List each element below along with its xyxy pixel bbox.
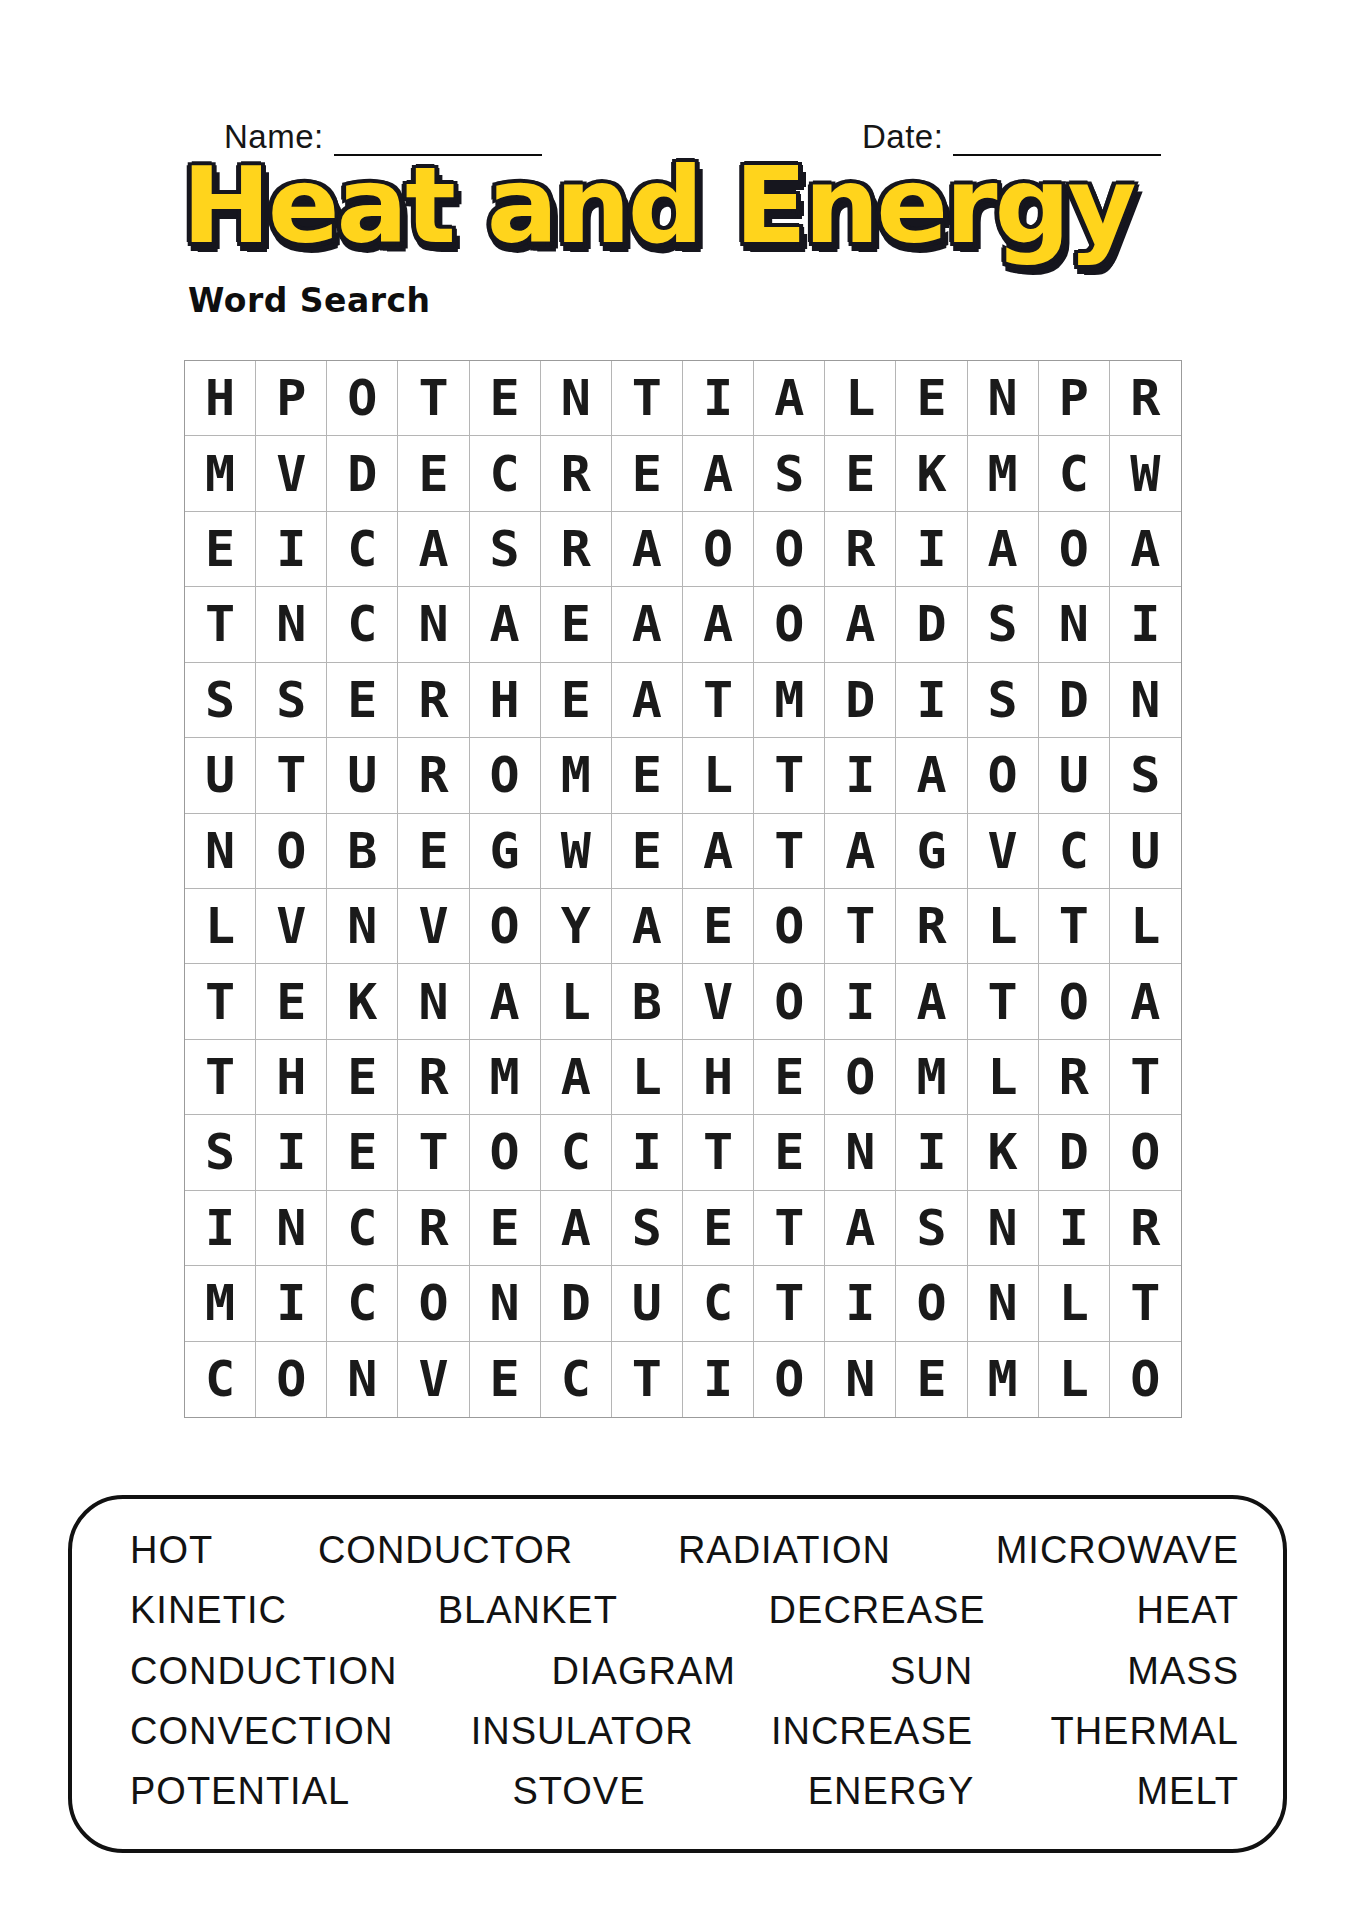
grid-cell-r14c11[interactable]: E [896,1342,967,1417]
word-bank-item: ENERGY [808,1770,974,1813]
grid-cell-r2c3[interactable]: D [327,436,398,511]
word-bank-item: MELT [1136,1770,1239,1813]
word-bank-item: RADIATION [678,1529,891,1572]
grid-cell-r4c4[interactable]: N [398,587,469,662]
grid-cell-r7c11[interactable]: G [896,814,967,889]
grid-cell-r4c14[interactable]: I [1110,587,1181,662]
word-bank-item: DECREASE [769,1589,986,1632]
grid-cell-r8c1[interactable]: L [185,889,256,964]
grid-cell-r13c4[interactable]: O [398,1266,469,1341]
grid-cell-r5c10[interactable]: D [825,663,896,738]
word-bank-item: POTENTIAL [130,1770,350,1813]
grid-cell-r8c11[interactable]: R [896,889,967,964]
grid-cell-r2c6[interactable]: R [541,436,612,511]
grid-cell-r7c2[interactable]: O [256,814,327,889]
grid-cell-r6c7[interactable]: E [612,738,683,813]
grid-cell-r5c14[interactable]: N [1110,663,1181,738]
word-bank: HOTCONDUCTORRADIATIONMICROWAVEKINETICBLA… [68,1495,1287,1853]
grid-cell-r14c5[interactable]: E [470,1342,541,1417]
grid-cell-r3c4[interactable]: A [398,512,469,587]
grid-cell-r4c7[interactable]: A [612,587,683,662]
grid-cell-r12c5[interactable]: E [470,1191,541,1266]
word-bank-row: CONDUCTIONDIAGRAMSUNMASS [130,1650,1239,1693]
grid-cell-r7c1[interactable]: N [185,814,256,889]
grid-cell-r5c4[interactable]: R [398,663,469,738]
word-bank-item: DIAGRAM [552,1650,736,1693]
grid-cell-r4c3[interactable]: C [327,587,398,662]
grid-cell-r1c3[interactable]: O [327,361,398,436]
grid-cell-r10c6[interactable]: A [541,1040,612,1115]
grid-cell-r9c8[interactable]: V [683,964,754,1039]
grid-cell-r14c13[interactable]: L [1039,1342,1110,1417]
word-bank-item: CONDUCTION [130,1650,398,1693]
grid-cell-r1c2[interactable]: P [256,361,327,436]
grid-cell-r10c1[interactable]: T [185,1040,256,1115]
grid-cell-r9c5[interactable]: A [470,964,541,1039]
grid-cell-r14c6[interactable]: C [541,1342,612,1417]
grid-cell-r9c4[interactable]: N [398,964,469,1039]
grid-cell-r13c13[interactable]: L [1039,1266,1110,1341]
grid-cell-r14c14[interactable]: O [1110,1342,1181,1417]
grid-cell-r12c9[interactable]: T [754,1191,825,1266]
grid-cell-r7c12[interactable]: V [968,814,1039,889]
grid-cell-r9c11[interactable]: A [896,964,967,1039]
grid-cell-r4c6[interactable]: E [541,587,612,662]
word-bank-item: MICROWAVE [996,1529,1239,1572]
grid-cell-r13c2[interactable]: I [256,1266,327,1341]
grid-cell-r6c2[interactable]: T [256,738,327,813]
grid-cell-r9c10[interactable]: I [825,964,896,1039]
grid-cell-r11c6[interactable]: C [541,1115,612,1190]
grid-cell-r3c10[interactable]: R [825,512,896,587]
grid-cell-r11c7[interactable]: I [612,1115,683,1190]
grid-cell-r12c13[interactable]: I [1039,1191,1110,1266]
grid-cell-r14c10[interactable]: N [825,1342,896,1417]
grid-cell-r2c11[interactable]: K [896,436,967,511]
grid-cell-r11c3[interactable]: E [327,1115,398,1190]
grid-cell-r7c13[interactable]: C [1039,814,1110,889]
grid-cell-r13c9[interactable]: T [754,1266,825,1341]
grid-cell-r12c4[interactable]: R [398,1191,469,1266]
grid-cell-r11c10[interactable]: N [825,1115,896,1190]
word-bank-item: KINETIC [130,1589,287,1632]
grid-cell-r10c8[interactable]: H [683,1040,754,1115]
grid-cell-r6c9[interactable]: T [754,738,825,813]
grid-cell-r5c9[interactable]: M [754,663,825,738]
grid-cell-r1c4[interactable]: T [398,361,469,436]
word-bank-item: CONVECTION [130,1710,393,1753]
grid-cell-r3c14[interactable]: A [1110,512,1181,587]
grid-cell-r12c14[interactable]: R [1110,1191,1181,1266]
grid-cell-r6c10[interactable]: I [825,738,896,813]
word-bank-row: HOTCONDUCTORRADIATIONMICROWAVE [130,1529,1239,1572]
grid-cell-r3c8[interactable]: O [683,512,754,587]
grid-cell-r8c4[interactable]: V [398,889,469,964]
grid-cell-r8c14[interactable]: L [1110,889,1181,964]
grid-cell-r12c2[interactable]: N [256,1191,327,1266]
grid-cell-r10c13[interactable]: R [1039,1040,1110,1115]
word-bank-item: BLANKET [438,1589,618,1632]
grid-cell-r7c9[interactable]: T [754,814,825,889]
grid-cell-r8c12[interactable]: L [968,889,1039,964]
grid-cell-r7c8[interactable]: A [683,814,754,889]
grid-cell-r7c7[interactable]: E [612,814,683,889]
grid-cell-r5c13[interactable]: D [1039,663,1110,738]
grid-cell-r12c6[interactable]: A [541,1191,612,1266]
word-bank-row: POTENTIALSTOVEENERGYMELT [130,1770,1239,1813]
grid-cell-r2c2[interactable]: V [256,436,327,511]
grid-cell-r3c5[interactable]: S [470,512,541,587]
grid-cell-r1c7[interactable]: T [612,361,683,436]
grid-cell-r14c4[interactable]: V [398,1342,469,1417]
word-bank-item: HEAT [1136,1589,1239,1632]
grid-cell-r5c11[interactable]: I [896,663,967,738]
grid-cell-r2c13[interactable]: C [1039,436,1110,511]
word-bank-item: INCREASE [771,1710,973,1753]
grid-cell-r10c11[interactable]: M [896,1040,967,1115]
grid-cell-r10c7[interactable]: L [612,1040,683,1115]
word-bank-item: HOT [130,1529,213,1572]
grid-cell-r2c9[interactable]: S [754,436,825,511]
grid-cell-r5c2[interactable]: S [256,663,327,738]
grid-cell-r6c11[interactable]: A [896,738,967,813]
grid-cell-r1c6[interactable]: N [541,361,612,436]
grid-cell-r10c4[interactable]: R [398,1040,469,1115]
grid-cell-r10c10[interactable]: O [825,1040,896,1115]
grid-cell-r5c6[interactable]: E [541,663,612,738]
grid-cell-r13c6[interactable]: D [541,1266,612,1341]
grid-cell-r13c14[interactable]: T [1110,1266,1181,1341]
grid-cell-r8c2[interactable]: V [256,889,327,964]
grid-cell-r5c8[interactable]: T [683,663,754,738]
grid-cell-r8c9[interactable]: O [754,889,825,964]
grid-cell-r9c3[interactable]: K [327,964,398,1039]
grid-cell-r5c7[interactable]: A [612,663,683,738]
grid-cell-r8c10[interactable]: T [825,889,896,964]
grid-cell-r11c11[interactable]: I [896,1115,967,1190]
grid-cell-r2c14[interactable]: W [1110,436,1181,511]
grid-cell-r10c14[interactable]: T [1110,1040,1181,1115]
grid-cell-r2c7[interactable]: E [612,436,683,511]
grid-cell-r13c7[interactable]: U [612,1266,683,1341]
grid-cell-r12c7[interactable]: S [612,1191,683,1266]
grid-cell-r6c6[interactable]: M [541,738,612,813]
grid-cell-r13c12[interactable]: N [968,1266,1039,1341]
grid-cell-r10c2[interactable]: H [256,1040,327,1115]
grid-cell-r14c9[interactable]: O [754,1342,825,1417]
grid-cell-r3c13[interactable]: O [1039,512,1110,587]
grid-cell-r3c2[interactable]: I [256,512,327,587]
grid-cell-r14c3[interactable]: N [327,1342,398,1417]
grid-cell-r10c12[interactable]: L [968,1040,1039,1115]
grid-cell-r12c12[interactable]: N [968,1191,1039,1266]
grid-cell-r12c10[interactable]: A [825,1191,896,1266]
grid-cell-r13c10[interactable]: I [825,1266,896,1341]
grid-cell-r13c5[interactable]: N [470,1266,541,1341]
word-bank-row: CONVECTIONINSULATORINCREASETHERMAL [130,1710,1239,1753]
grid-cell-r6c8[interactable]: L [683,738,754,813]
grid-cell-r5c3[interactable]: E [327,663,398,738]
grid-cell-r7c6[interactable]: W [541,814,612,889]
grid-cell-r4c12[interactable]: S [968,587,1039,662]
grid-cell-r1c8[interactable]: I [683,361,754,436]
grid-cell-r12c3[interactable]: C [327,1191,398,1266]
grid-cell-r8c8[interactable]: E [683,889,754,964]
grid-cell-r2c1[interactable]: M [185,436,256,511]
word-bank-row: KINETICBLANKETDECREASEHEAT [130,1589,1239,1632]
grid-cell-r11c12[interactable]: K [968,1115,1039,1190]
grid-cell-r13c11[interactable]: O [896,1266,967,1341]
word-bank-item: SUN [890,1650,973,1693]
grid-cell-r5c12[interactable]: S [968,663,1039,738]
grid-cell-r4c8[interactable]: A [683,587,754,662]
grid-cell-r3c1[interactable]: E [185,512,256,587]
grid-cell-r4c2[interactable]: N [256,587,327,662]
grid-cell-r9c14[interactable]: A [1110,964,1181,1039]
grid-cell-r2c8[interactable]: A [683,436,754,511]
grid-cell-r6c5[interactable]: O [470,738,541,813]
grid-cell-r6c12[interactable]: O [968,738,1039,813]
grid-cell-r1c14[interactable]: R [1110,361,1181,436]
grid-cell-r11c13[interactable]: D [1039,1115,1110,1190]
grid-cell-r4c10[interactable]: A [825,587,896,662]
grid-cell-r10c3[interactable]: E [327,1040,398,1115]
grid-cell-r6c14[interactable]: S [1110,738,1181,813]
grid-cell-r8c13[interactable]: T [1039,889,1110,964]
grid-cell-r4c11[interactable]: D [896,587,967,662]
grid-cell-r11c9[interactable]: E [754,1115,825,1190]
grid-cell-r14c1[interactable]: C [185,1342,256,1417]
grid-cell-r6c13[interactable]: U [1039,738,1110,813]
grid-cell-r1c13[interactable]: P [1039,361,1110,436]
grid-cell-r14c8[interactable]: I [683,1342,754,1417]
grid-cell-r1c11[interactable]: E [896,361,967,436]
grid-cell-r7c4[interactable]: E [398,814,469,889]
grid-cell-r7c5[interactable]: G [470,814,541,889]
grid-cell-r9c12[interactable]: T [968,964,1039,1039]
grid-cell-r8c7[interactable]: A [612,889,683,964]
grid-cell-r9c2[interactable]: E [256,964,327,1039]
word-bank-item: CONDUCTOR [318,1529,573,1572]
grid-cell-r9c7[interactable]: B [612,964,683,1039]
grid-cell-r14c2[interactable]: O [256,1342,327,1417]
grid-cell-r4c5[interactable]: A [470,587,541,662]
page-subtitle: Word Search [188,281,431,320]
grid-cell-r3c12[interactable]: A [968,512,1039,587]
grid-cell-r3c7[interactable]: A [612,512,683,587]
grid-cell-r1c10[interactable]: L [825,361,896,436]
grid-cell-r6c4[interactable]: R [398,738,469,813]
grid-cell-r7c3[interactable]: B [327,814,398,889]
grid-cell-r11c5[interactable]: O [470,1115,541,1190]
grid-cell-r11c2[interactable]: I [256,1115,327,1190]
grid-cell-r12c8[interactable]: E [683,1191,754,1266]
grid-cell-r7c10[interactable]: A [825,814,896,889]
grid-cell-r13c8[interactable]: C [683,1266,754,1341]
grid-cell-r13c1[interactable]: M [185,1266,256,1341]
grid-cell-r4c9[interactable]: O [754,587,825,662]
grid-cell-r11c4[interactable]: T [398,1115,469,1190]
grid-cell-r2c10[interactable]: E [825,436,896,511]
grid-cell-r9c6[interactable]: L [541,964,612,1039]
grid-cell-r1c5[interactable]: E [470,361,541,436]
grid-cell-r7c14[interactable]: U [1110,814,1181,889]
grid-cell-r4c1[interactable]: T [185,587,256,662]
page-title: Heat and Energy [182,148,1134,265]
worksheet-page: Name: Date: Heat and Energy Word Search … [0,0,1358,1920]
grid-cell-r9c9[interactable]: O [754,964,825,1039]
grid-cell-r5c1[interactable]: S [185,663,256,738]
grid-cell-r8c6[interactable]: Y [541,889,612,964]
grid-cell-r1c9[interactable]: A [754,361,825,436]
word-bank-item: THERMAL [1050,1710,1239,1753]
grid-cell-r13c3[interactable]: C [327,1266,398,1341]
grid-cell-r10c5[interactable]: M [470,1040,541,1115]
grid-cell-r6c1[interactable]: U [185,738,256,813]
word-search-grid: HPOTENTIALENPRMVDECREASEKMCWEICASRAOORIA… [184,360,1182,1418]
grid-cell-r2c4[interactable]: E [398,436,469,511]
grid-cell-r5c5[interactable]: H [470,663,541,738]
grid-cell-r6c3[interactable]: U [327,738,398,813]
word-bank-item: INSULATOR [471,1710,694,1753]
word-bank-item: STOVE [512,1770,645,1813]
grid-cell-r2c5[interactable]: C [470,436,541,511]
grid-cell-r3c6[interactable]: R [541,512,612,587]
grid-cell-r8c5[interactable]: O [470,889,541,964]
grid-cell-r3c11[interactable]: I [896,512,967,587]
grid-cell-r1c12[interactable]: N [968,361,1039,436]
grid-cell-r4c13[interactable]: N [1039,587,1110,662]
grid-cell-r14c7[interactable]: T [612,1342,683,1417]
grid-cell-r14c12[interactable]: M [968,1342,1039,1417]
grid-cell-r9c1[interactable]: T [185,964,256,1039]
grid-cell-r12c1[interactable]: I [185,1191,256,1266]
grid-cell-r11c14[interactable]: O [1110,1115,1181,1190]
word-bank-item: MASS [1127,1650,1239,1693]
grid-cell-r3c9[interactable]: O [754,512,825,587]
grid-cell-r12c11[interactable]: S [896,1191,967,1266]
grid-cell-r1c1[interactable]: H [185,361,256,436]
grid-cell-r10c9[interactable]: E [754,1040,825,1115]
grid-cell-r3c3[interactable]: C [327,512,398,587]
grid-cell-r8c3[interactable]: N [327,889,398,964]
grid-cell-r11c1[interactable]: S [185,1115,256,1190]
grid-cell-r2c12[interactable]: M [968,436,1039,511]
grid-cell-r11c8[interactable]: T [683,1115,754,1190]
grid-cell-r9c13[interactable]: O [1039,964,1110,1039]
